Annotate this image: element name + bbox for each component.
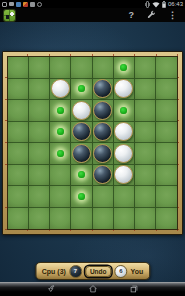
cell-c6[interactable] [50,165,71,187]
black-disc [93,79,112,98]
cell-b6[interactable] [29,165,50,187]
black-disc [93,165,112,184]
black-disc [72,122,91,141]
wrench-icon[interactable] [146,10,156,20]
screen: 06:43 ? ⋮ Cpu (3) 7 Undo 6 You [0,0,185,296]
cell-d1[interactable] [71,57,92,79]
battery-icon [162,1,166,8]
legal-move-hint [120,64,127,71]
overflow-menu-button[interactable]: ⋮ [168,8,177,22]
cell-a7[interactable] [8,186,29,208]
notification-icons [2,2,42,7]
cell-h5[interactable] [156,143,177,165]
cell-f5[interactable] [114,143,135,165]
white-disc [114,79,133,98]
home-icon[interactable] [87,284,98,295]
cell-h2[interactable] [156,79,177,101]
white-disc [72,101,91,120]
action-bar: ? ⋮ [0,8,185,22]
black-disc [93,101,112,120]
cell-a8[interactable] [8,208,29,230]
recents-icon[interactable] [128,284,139,295]
white-disc [114,122,133,141]
black-score-disc: 7 [69,265,82,278]
black-score: 7 [74,268,77,274]
cell-e4[interactable] [93,122,114,144]
cell-g7[interactable] [135,186,156,208]
cell-b5[interactable] [29,143,50,165]
cell-a5[interactable] [8,143,29,165]
screenshot-icon [2,2,7,7]
cpu-label: Cpu (3) [42,268,66,275]
black-disc [93,122,112,141]
cell-c7[interactable] [50,186,71,208]
black-disc [72,144,91,163]
cell-a4[interactable] [8,122,29,144]
cell-g1[interactable] [135,57,156,79]
cell-g3[interactable] [135,100,156,122]
undo-button[interactable]: Undo [85,266,112,277]
cell-f3[interactable] [114,100,135,122]
navigation-bar [0,282,185,296]
cell-d5[interactable] [71,143,92,165]
you-label: You [131,268,144,275]
cell-b1[interactable] [29,57,50,79]
sync-icon [37,2,42,7]
legal-move-hint [57,107,64,114]
cell-d6[interactable] [71,165,92,187]
cell-f4[interactable] [114,122,135,144]
cell-c4[interactable] [50,122,71,144]
cell-d2[interactable] [71,79,92,101]
white-score: 6 [119,268,122,274]
vibrate-icon [145,1,150,8]
cell-c5[interactable] [50,143,71,165]
legal-move-hint [120,107,127,114]
cell-d3[interactable] [71,100,92,122]
cell-f2[interactable] [114,79,135,101]
legal-move-hint [78,171,85,178]
cell-e6[interactable] [93,165,114,187]
cell-g8[interactable] [135,208,156,230]
legal-move-hint [78,193,85,200]
cell-b2[interactable] [29,79,50,101]
cell-h1[interactable] [156,57,177,79]
cell-c2[interactable] [50,79,71,101]
white-disc [51,79,70,98]
cell-d8[interactable] [71,208,92,230]
legal-move-hint [57,128,64,135]
cell-h7[interactable] [156,186,177,208]
cell-a2[interactable] [8,79,29,101]
cell-e5[interactable] [93,143,114,165]
cell-g4[interactable] [135,122,156,144]
cell-b4[interactable] [29,122,50,144]
legal-move-hint [57,150,64,157]
cell-c8[interactable] [50,208,71,230]
cell-h6[interactable] [156,165,177,187]
cell-f8[interactable] [114,208,135,230]
wifi-icon [152,1,160,8]
cell-e3[interactable] [93,100,114,122]
camera-icon [30,2,35,7]
cell-c3[interactable] [50,100,71,122]
white-disc [114,144,133,163]
cell-a1[interactable] [8,57,29,79]
cell-h8[interactable] [156,208,177,230]
clock-text: 06:43 [168,0,183,8]
cell-g5[interactable] [135,143,156,165]
cell-a3[interactable] [8,100,29,122]
white-disc [114,165,133,184]
cell-a6[interactable] [8,165,29,187]
cell-d7[interactable] [71,186,92,208]
gallery-icon [23,2,28,7]
cell-b3[interactable] [29,100,50,122]
back-icon[interactable] [46,284,57,295]
cell-e2[interactable] [93,79,114,101]
cell-h4[interactable] [156,122,177,144]
message-icon [9,2,14,6]
cell-b8[interactable] [29,208,50,230]
board [7,56,178,230]
black-disc [93,144,112,163]
reversi-app-icon[interactable] [4,10,15,21]
cell-g2[interactable] [135,79,156,101]
cell-e1[interactable] [93,57,114,79]
cell-e8[interactable] [93,208,114,230]
cell-d4[interactable] [71,122,92,144]
score-bar: Cpu (3) 7 Undo 6 You [35,262,150,280]
cell-h3[interactable] [156,100,177,122]
cell-b7[interactable] [29,186,50,208]
white-score-disc: 6 [115,265,128,278]
cell-f7[interactable] [114,186,135,208]
legal-move-hint [78,85,85,92]
cell-e7[interactable] [93,186,114,208]
status-bar: 06:43 [0,0,185,8]
help-button[interactable]: ? [129,8,135,22]
cell-f1[interactable] [114,57,135,79]
board-frame [2,51,183,235]
system-icons: 06:43 [145,0,183,8]
cell-f6[interactable] [114,165,135,187]
update-icon [16,2,21,7]
cell-c1[interactable] [50,57,71,79]
cell-g6[interactable] [135,165,156,187]
